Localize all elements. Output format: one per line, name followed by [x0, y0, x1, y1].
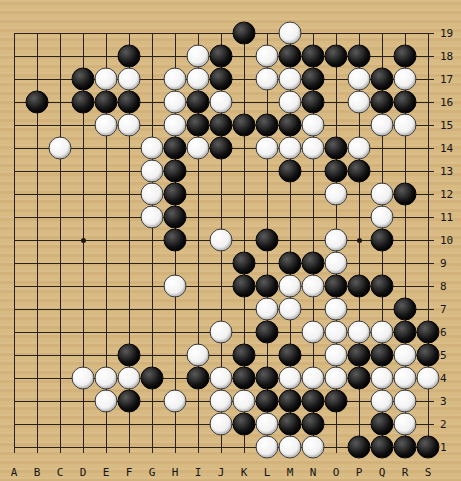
stone-black — [279, 344, 302, 367]
col-label: F — [126, 467, 133, 478]
stone-black — [325, 160, 348, 183]
stone-black — [394, 183, 417, 206]
stone-black — [394, 91, 417, 114]
stone-black — [371, 68, 394, 91]
stone-white — [187, 68, 210, 91]
stone-black — [371, 275, 394, 298]
stone-black — [233, 252, 256, 275]
stone-black — [417, 344, 440, 367]
stone-white — [302, 321, 325, 344]
stone-white — [118, 367, 141, 390]
row-label: 8 — [440, 281, 447, 292]
stone-white — [210, 390, 233, 413]
stone-white — [210, 413, 233, 436]
col-label: E — [103, 467, 110, 478]
col-label: B — [34, 467, 41, 478]
stone-white — [417, 367, 440, 390]
stone-white — [279, 367, 302, 390]
row-label: 15 — [440, 120, 453, 131]
stone-black — [302, 45, 325, 68]
row-label: 13 — [440, 166, 453, 177]
stone-black — [256, 275, 279, 298]
stone-white — [348, 321, 371, 344]
stone-white — [141, 183, 164, 206]
stone-black — [302, 68, 325, 91]
col-label: S — [425, 467, 432, 478]
stone-white — [302, 275, 325, 298]
row-label: 16 — [440, 97, 453, 108]
stone-black — [348, 344, 371, 367]
stone-white — [394, 367, 417, 390]
stone-black — [118, 45, 141, 68]
stone-black — [302, 390, 325, 413]
stone-black — [164, 206, 187, 229]
stone-black — [256, 321, 279, 344]
stone-white — [394, 413, 417, 436]
stone-black — [187, 114, 210, 137]
stone-white — [210, 91, 233, 114]
stone-white — [164, 91, 187, 114]
stone-black — [302, 413, 325, 436]
go-board[interactable]: ABCDEFGHIJKLMNOPQRS 19181716151413121110… — [0, 0, 461, 481]
stone-black — [256, 229, 279, 252]
stone-white — [187, 344, 210, 367]
stone-white — [95, 390, 118, 413]
stone-black — [279, 413, 302, 436]
col-label: M — [287, 467, 294, 478]
stone-white — [72, 367, 95, 390]
stone-white — [256, 137, 279, 160]
stone-black — [164, 229, 187, 252]
stone-black — [95, 91, 118, 114]
stone-white — [95, 68, 118, 91]
stone-white — [325, 252, 348, 275]
stone-black — [417, 321, 440, 344]
stone-black — [325, 275, 348, 298]
stone-black — [302, 252, 325, 275]
stone-black — [210, 114, 233, 137]
stone-white — [371, 390, 394, 413]
stone-white — [95, 114, 118, 137]
stone-black — [118, 91, 141, 114]
row-label: 1 — [440, 442, 447, 453]
stone-black — [371, 344, 394, 367]
row-label: 6 — [440, 327, 447, 338]
stone-white — [394, 68, 417, 91]
stone-black — [394, 321, 417, 344]
stone-white — [164, 68, 187, 91]
row-label: 14 — [440, 143, 453, 154]
row-label: 12 — [440, 189, 453, 200]
col-label: H — [172, 467, 179, 478]
stone-black — [164, 160, 187, 183]
row-label: 4 — [440, 373, 447, 384]
stone-black — [26, 91, 49, 114]
col-label: O — [333, 467, 340, 478]
stone-black — [371, 413, 394, 436]
stone-black — [348, 160, 371, 183]
stone-white — [141, 160, 164, 183]
stone-black — [279, 390, 302, 413]
stone-black — [325, 137, 348, 160]
stone-white — [325, 367, 348, 390]
stone-black — [394, 45, 417, 68]
stone-white — [210, 321, 233, 344]
stone-white — [141, 137, 164, 160]
stone-white — [325, 229, 348, 252]
stone-white — [394, 114, 417, 137]
stone-black — [371, 229, 394, 252]
stone-white — [279, 275, 302, 298]
star-point — [81, 238, 86, 243]
stone-black — [233, 367, 256, 390]
stone-white — [187, 45, 210, 68]
stone-white — [233, 390, 256, 413]
stone-black — [325, 45, 348, 68]
stone-white — [210, 367, 233, 390]
stone-black — [256, 390, 279, 413]
stone-black — [72, 68, 95, 91]
row-label: 7 — [440, 304, 447, 315]
stone-white — [348, 137, 371, 160]
stone-black — [256, 367, 279, 390]
col-label: I — [195, 467, 202, 478]
stone-black — [348, 436, 371, 459]
row-label: 3 — [440, 396, 447, 407]
stone-black — [141, 367, 164, 390]
row-label: 5 — [440, 350, 447, 361]
stone-black — [348, 275, 371, 298]
stone-white — [187, 137, 210, 160]
star-point — [357, 238, 362, 243]
stone-black — [233, 114, 256, 137]
stone-white — [279, 436, 302, 459]
stone-black — [210, 68, 233, 91]
stone-black — [210, 137, 233, 160]
col-label: A — [11, 467, 18, 478]
stone-white — [302, 137, 325, 160]
stone-black — [417, 436, 440, 459]
stone-white — [371, 206, 394, 229]
stone-black — [394, 436, 417, 459]
stone-white — [256, 298, 279, 321]
stone-white — [371, 321, 394, 344]
stone-black — [164, 183, 187, 206]
col-label: P — [356, 467, 363, 478]
col-label: J — [218, 467, 225, 478]
stone-black — [279, 114, 302, 137]
stone-white — [256, 436, 279, 459]
row-label: 18 — [440, 51, 453, 62]
col-label: L — [264, 467, 271, 478]
stone-black — [325, 390, 348, 413]
stone-white — [348, 68, 371, 91]
row-label: 9 — [440, 258, 447, 269]
stone-white — [325, 321, 348, 344]
stone-white — [164, 275, 187, 298]
stone-white — [348, 91, 371, 114]
stone-black — [256, 114, 279, 137]
stone-white — [164, 114, 187, 137]
stone-white — [394, 390, 417, 413]
stone-white — [325, 183, 348, 206]
row-label: 17 — [440, 74, 453, 85]
stone-white — [302, 367, 325, 390]
stone-white — [141, 206, 164, 229]
stone-white — [302, 436, 325, 459]
stone-white — [279, 91, 302, 114]
stone-white — [256, 413, 279, 436]
stone-white — [118, 114, 141, 137]
stone-white — [371, 114, 394, 137]
row-label: 11 — [440, 212, 453, 223]
stone-black — [233, 275, 256, 298]
stone-white — [118, 68, 141, 91]
col-label: Q — [379, 467, 386, 478]
stone-black — [279, 45, 302, 68]
row-label: 2 — [440, 419, 447, 430]
stone-black — [118, 344, 141, 367]
stone-white — [210, 229, 233, 252]
stone-black — [279, 252, 302, 275]
stone-black — [233, 344, 256, 367]
stone-white — [279, 298, 302, 321]
stone-white — [279, 22, 302, 45]
stone-black — [210, 45, 233, 68]
col-label: G — [149, 467, 156, 478]
stone-white — [279, 137, 302, 160]
stone-black — [118, 390, 141, 413]
stone-white — [371, 183, 394, 206]
col-label: K — [241, 467, 248, 478]
row-label: 19 — [440, 28, 453, 39]
col-label: C — [57, 467, 64, 478]
stone-white — [325, 344, 348, 367]
stone-white — [279, 68, 302, 91]
stone-black — [187, 367, 210, 390]
stone-white — [394, 344, 417, 367]
stone-black — [279, 160, 302, 183]
stone-black — [371, 91, 394, 114]
stone-black — [348, 367, 371, 390]
stone-black — [233, 22, 256, 45]
stone-black — [348, 45, 371, 68]
stone-white — [95, 367, 118, 390]
stone-black — [72, 91, 95, 114]
stone-white — [49, 137, 72, 160]
stone-white — [325, 298, 348, 321]
col-label: R — [402, 467, 409, 478]
col-label: N — [310, 467, 317, 478]
row-label: 10 — [440, 235, 453, 246]
col-label: D — [80, 467, 87, 478]
stone-white — [371, 367, 394, 390]
stone-white — [164, 390, 187, 413]
stone-black — [302, 91, 325, 114]
stone-black — [187, 91, 210, 114]
stone-white — [256, 68, 279, 91]
stone-black — [164, 137, 187, 160]
stone-black — [371, 436, 394, 459]
stone-black — [233, 413, 256, 436]
stone-black — [394, 298, 417, 321]
stone-white — [302, 114, 325, 137]
stone-white — [256, 45, 279, 68]
